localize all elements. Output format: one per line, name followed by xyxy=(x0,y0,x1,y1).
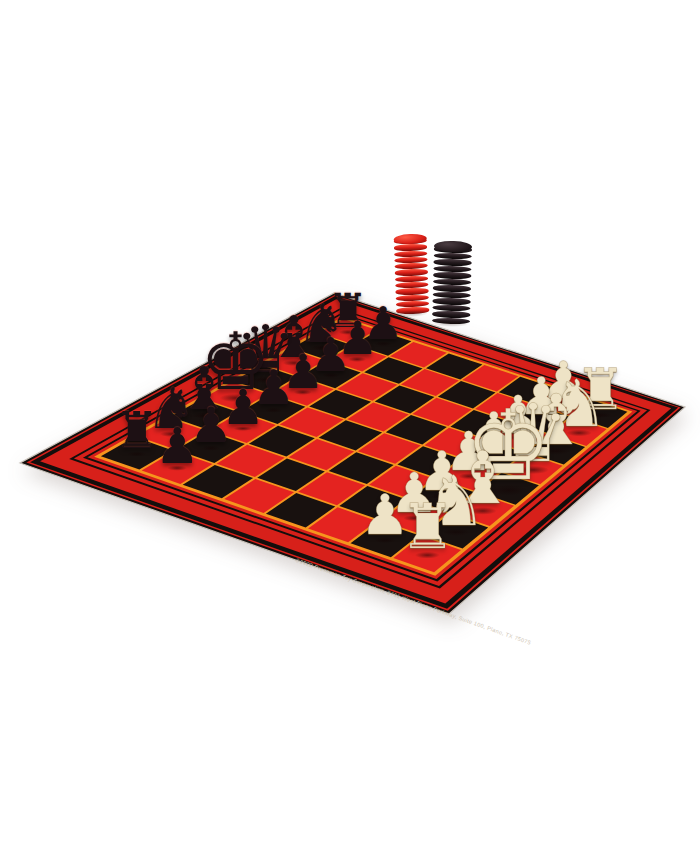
game-board xyxy=(0,0,700,855)
product-photo-scene: ©2022 Pressman Toy Corporation, 2701 Wes… xyxy=(0,0,700,855)
